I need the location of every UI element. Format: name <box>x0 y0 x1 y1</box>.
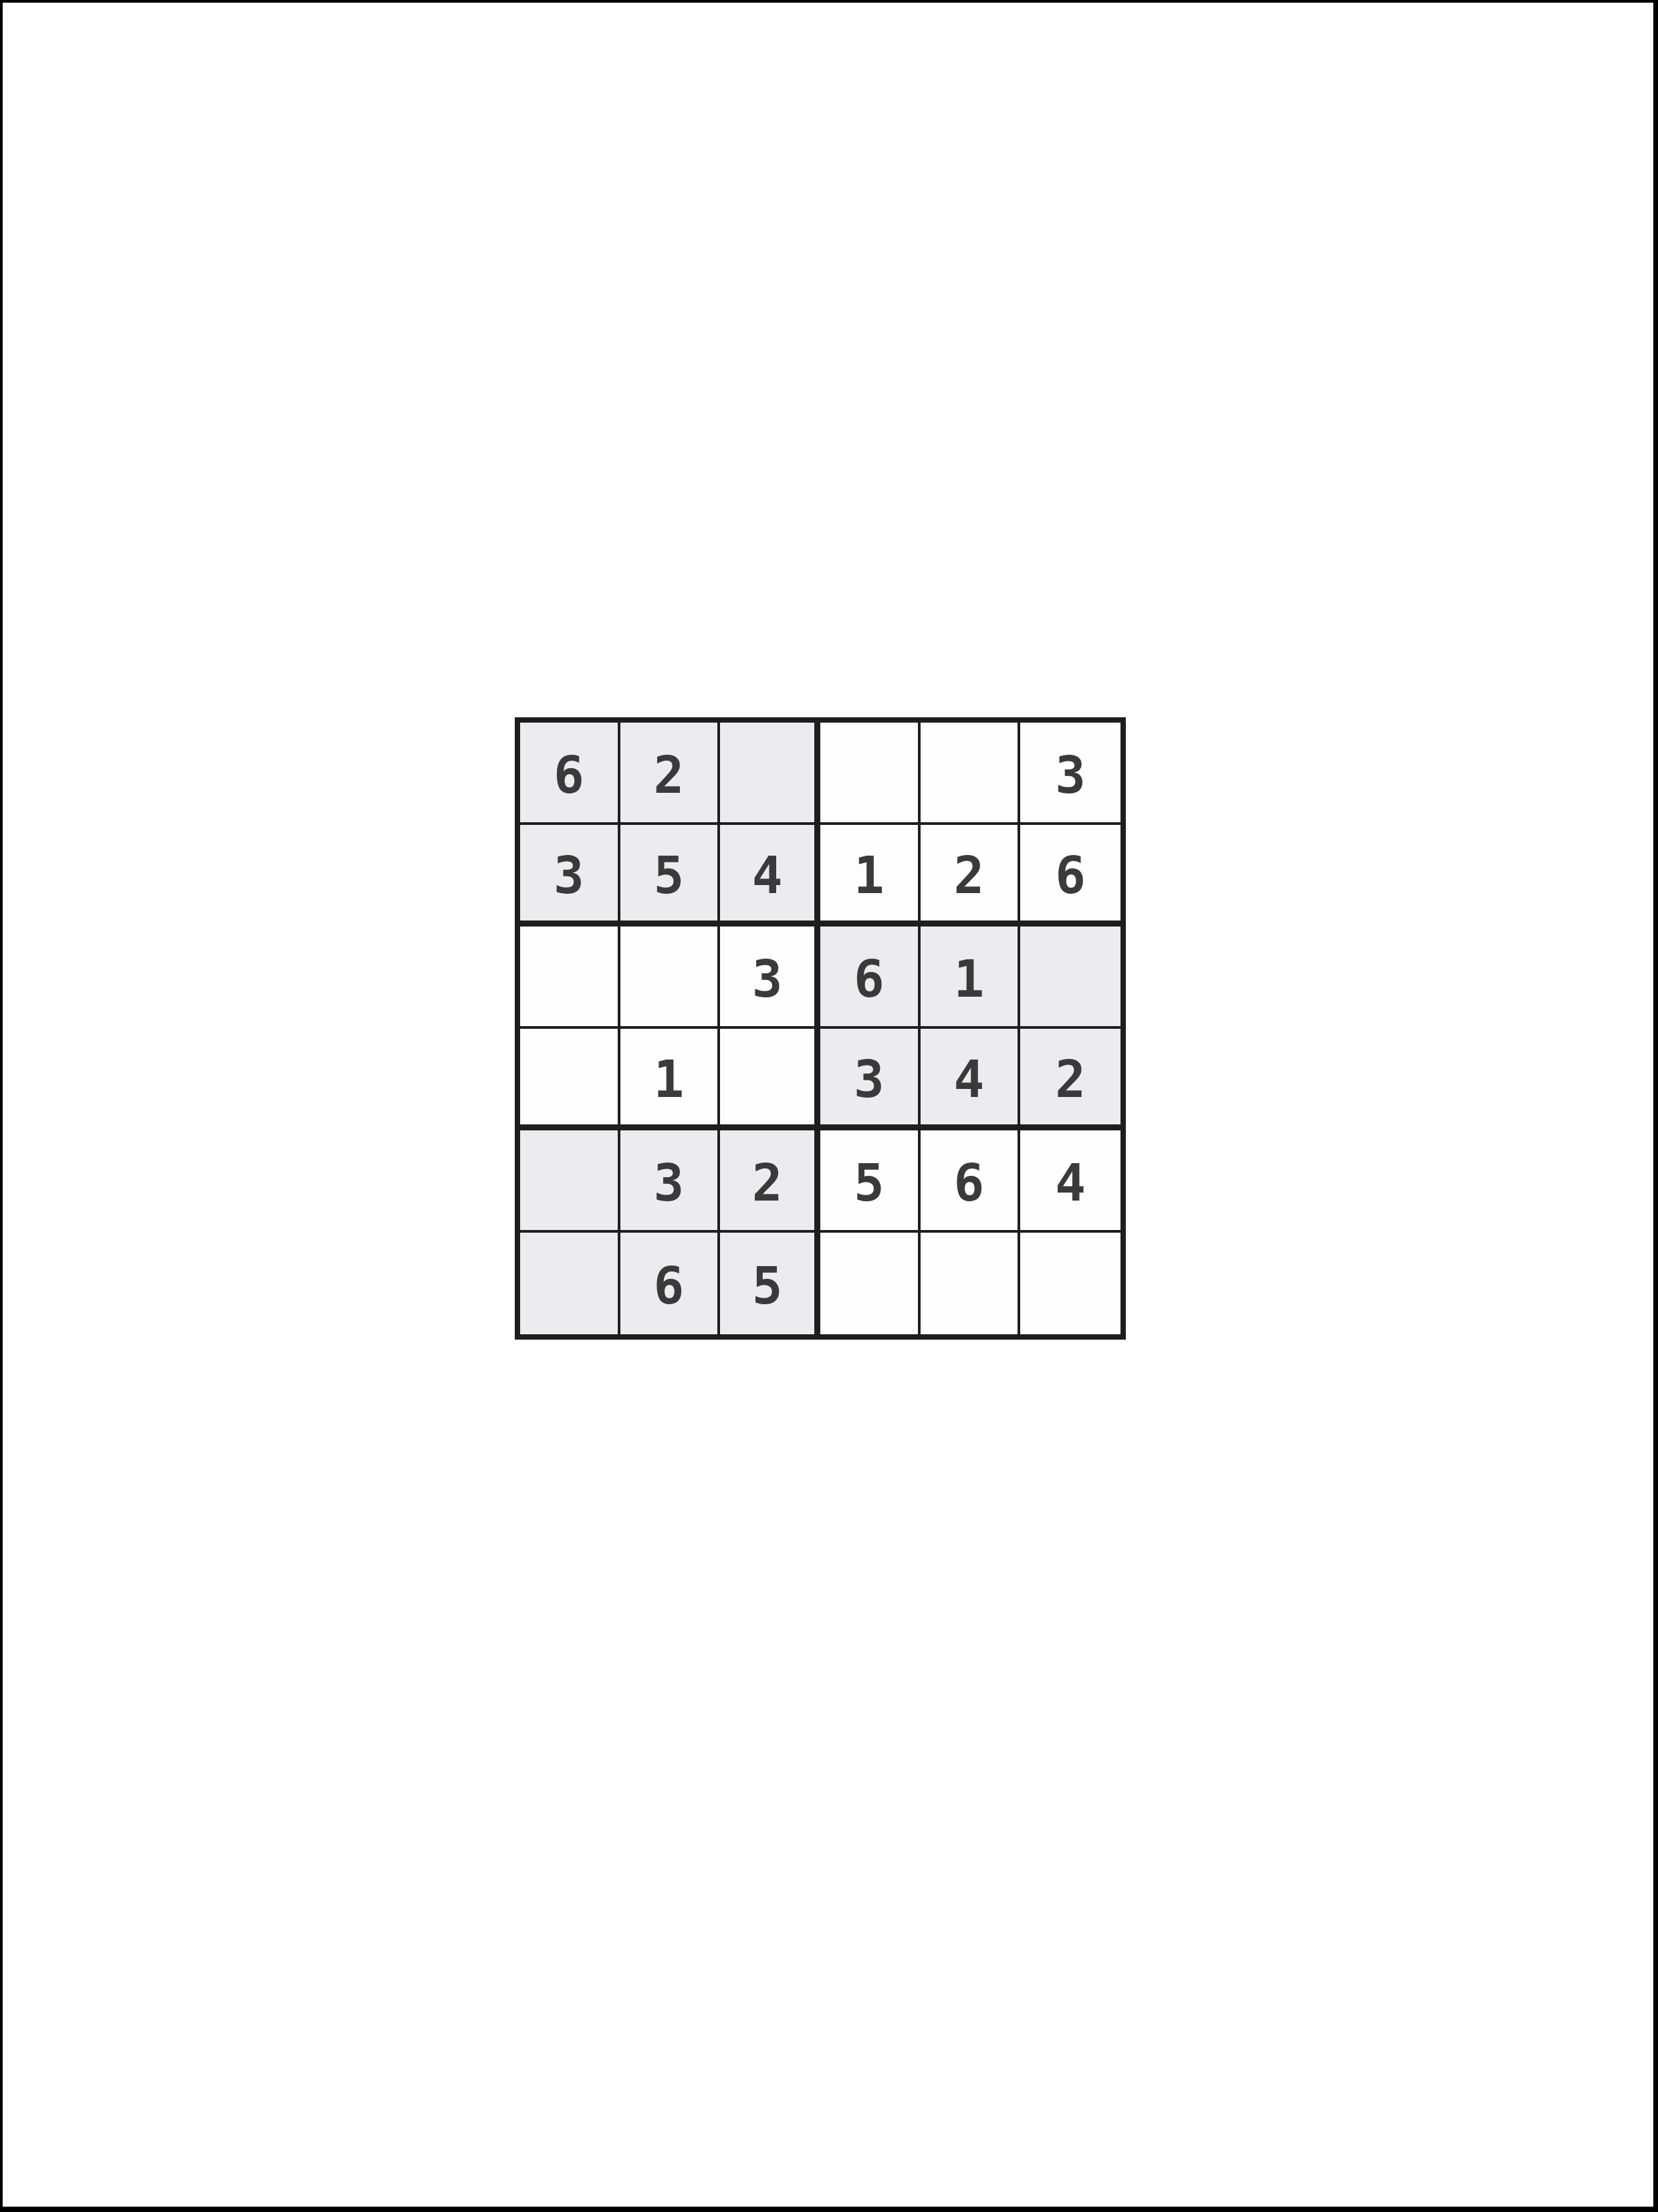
cell-r2c2: 5 <box>620 825 721 927</box>
cell-r6c1 <box>520 1233 620 1335</box>
scanned-page: 62335412636113423256465 <box>3 3 1653 2207</box>
cell-r3c4: 6 <box>820 927 921 1029</box>
cell-r4c3 <box>720 1029 820 1131</box>
cell-r2c3: 4 <box>720 825 820 927</box>
cell-r5c6: 4 <box>1020 1130 1120 1233</box>
cell-r1c3 <box>720 723 820 825</box>
cell-r5c2: 3 <box>620 1130 721 1233</box>
cell-r4c1 <box>520 1029 620 1131</box>
cell-r6c6 <box>1020 1233 1120 1335</box>
cell-r6c2: 6 <box>620 1233 721 1335</box>
cell-r6c5 <box>921 1233 1021 1335</box>
sudoku-board: 62335412636113423256465 <box>515 717 1126 1340</box>
cell-r1c6: 3 <box>1020 723 1120 825</box>
cell-r4c5: 4 <box>921 1029 1021 1131</box>
cell-r1c1: 6 <box>520 723 620 825</box>
cell-r1c5 <box>921 723 1021 825</box>
cell-r2c6: 6 <box>1020 825 1120 927</box>
cell-r5c5: 6 <box>921 1130 1021 1233</box>
cell-r3c3: 3 <box>720 927 820 1029</box>
cell-r5c1 <box>520 1130 620 1233</box>
cell-r1c2: 2 <box>620 723 721 825</box>
cell-r5c4: 5 <box>820 1130 921 1233</box>
cell-r3c5: 1 <box>921 927 1021 1029</box>
cell-r3c1 <box>520 927 620 1029</box>
cell-r2c4: 1 <box>820 825 921 927</box>
cell-r2c5: 2 <box>921 825 1021 927</box>
cell-r6c4 <box>820 1233 921 1335</box>
cell-r3c6 <box>1020 927 1120 1029</box>
cell-r4c4: 3 <box>820 1029 921 1131</box>
cell-r2c1: 3 <box>520 825 620 927</box>
cell-r4c6: 2 <box>1020 1029 1120 1131</box>
cell-r5c3: 2 <box>720 1130 820 1233</box>
cell-r4c2: 1 <box>620 1029 721 1131</box>
cell-r1c4 <box>820 723 921 825</box>
cell-r6c3: 5 <box>720 1233 820 1335</box>
cell-r3c2 <box>620 927 721 1029</box>
